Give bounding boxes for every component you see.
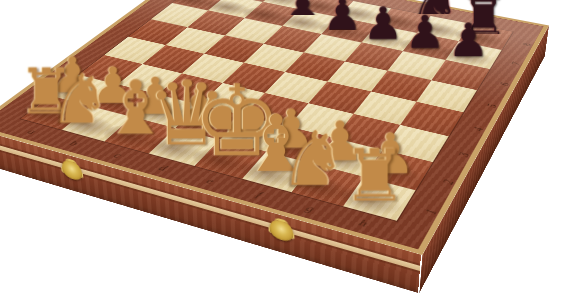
black-pawn: ♟: [282, 0, 325, 29]
black-pawn: ♟: [244, 0, 286, 21]
white-rook: ♜: [343, 140, 400, 212]
scene: ♜♞♝♛♚♝♞♜♟♟♟♟♟♟♟♟♟♟♟♟♟♟♟♟♜♞♝♛♚♝♞♜ abcdefg…: [0, 0, 587, 306]
white-queen: ♛: [147, 68, 200, 158]
black-pawn: ♟: [207, 0, 248, 13]
white-king: ♚: [193, 72, 247, 170]
chess-board: ♜♞♝♛♚♝♞♜♟♟♟♟♟♟♟♟♟♟♟♟♟♟♟♟♜♞♝♛♚♝♞♜ abcdefg…: [0, 0, 549, 255]
brass-clasp-icon: [270, 218, 294, 244]
black-pawn: ♟: [446, 17, 491, 63]
chess-set-photo: ♜♞♝♛♚♝♞♜♟♟♟♟♟♟♟♟♟♟♟♟♟♟♟♟♜♞♝♛♚♝♞♜ abcdefg…: [0, 0, 587, 306]
brass-clasp-icon: [61, 158, 83, 182]
black-pawn: ♟: [361, 1, 405, 46]
white-knight: ♞: [291, 122, 347, 197]
black-pawn: ♟: [403, 9, 448, 55]
square-h1: ♜: [343, 177, 415, 221]
black-pawn: ♟: [321, 0, 364, 37]
